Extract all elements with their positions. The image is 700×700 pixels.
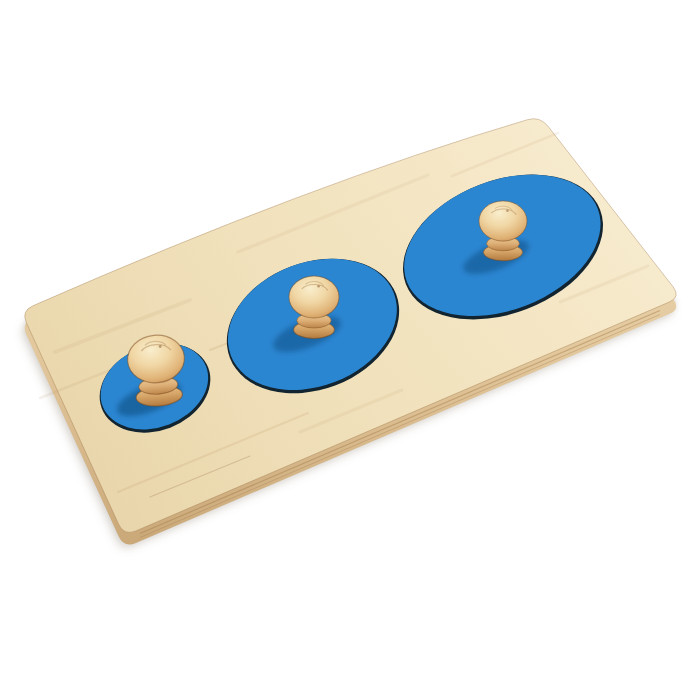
puzzle-scene — [0, 0, 700, 700]
knob-medium[interactable] — [289, 276, 339, 338]
product-photo — [0, 0, 700, 700]
knob-large[interactable] — [479, 201, 527, 261]
